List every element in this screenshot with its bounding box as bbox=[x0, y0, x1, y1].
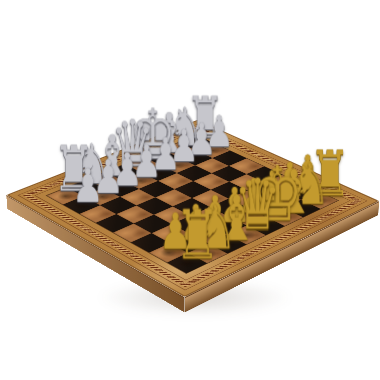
piece-black-pawn-a7[interactable]: ♟ bbox=[72, 162, 103, 209]
piece-white-rook-a1[interactable]: ♜ bbox=[174, 201, 220, 269]
product-photo-scene: ♜♞♝♛♚♝♞♜♟♟♟♟♟♟♟♟♟♟♟♟♟♟♟♟♜♞♝♛♚♝♞♜ bbox=[0, 0, 380, 380]
